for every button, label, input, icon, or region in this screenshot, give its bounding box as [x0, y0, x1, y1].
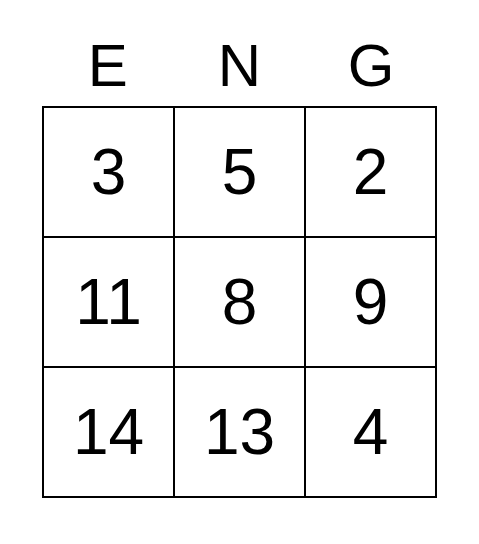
card-title-row: E N G	[42, 36, 437, 96]
bingo-grid: 3 5 2 11 8 9 14 13 4	[42, 106, 437, 498]
cell-r0c2[interactable]: 2	[306, 108, 435, 236]
cell-r2c1[interactable]: 13	[175, 368, 304, 496]
bingo-board: E N G 3 5 2 11 8 9 14 13 4	[42, 36, 437, 498]
cell-r1c0[interactable]: 11	[44, 238, 173, 366]
header-letter-n: N	[174, 36, 306, 96]
cell-r0c1[interactable]: 5	[175, 108, 304, 236]
cell-r2c0[interactable]: 14	[44, 368, 173, 496]
cell-r1c2[interactable]: 9	[306, 238, 435, 366]
cell-r1c1[interactable]: 8	[175, 238, 304, 366]
header-letter-e: E	[42, 36, 174, 96]
cell-r0c0[interactable]: 3	[44, 108, 173, 236]
header-letter-g: G	[305, 36, 437, 96]
bingo-card-page: E N G 3 5 2 11 8 9 14 13 4	[0, 0, 479, 544]
cell-r2c2[interactable]: 4	[306, 368, 435, 496]
